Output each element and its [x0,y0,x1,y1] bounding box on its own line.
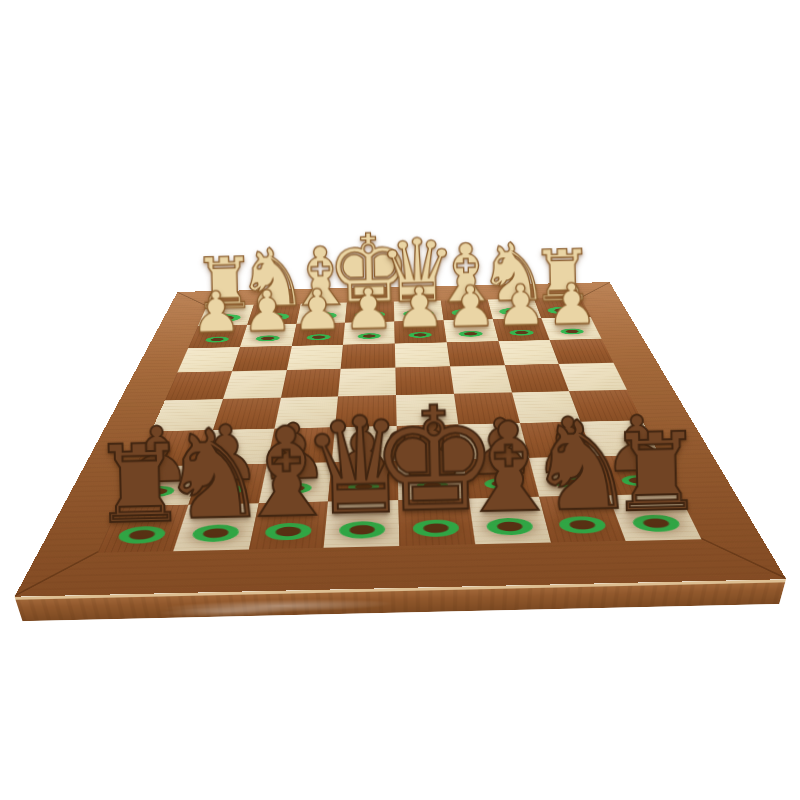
square-h3[interactable] [177,347,240,373]
piece-white-pawn-b2[interactable]: ♟ [495,277,547,335]
square-d2[interactable]: ♟ [394,320,446,343]
square-e2[interactable]: ♟ [343,321,395,344]
square-f3[interactable] [286,345,343,371]
piece-white-pawn-f2[interactable]: ♟ [292,281,344,339]
piece-white-pawn-e2[interactable]: ♟ [343,280,395,338]
board-grid: ♜♞♝♚♛♝♞♜♟♟♟♟♟♟♟♟♟♟♟♟♟♟♟♟♜♞♝♛♚♝♞♜ [97,297,701,553]
piece-white-pawn-c2[interactable]: ♟ [444,278,496,336]
square-c2[interactable]: ♟ [443,319,498,342]
piece-white-pawn-a2[interactable]: ♟ [546,276,598,334]
square-e3[interactable] [341,343,396,369]
piece-white-pawn-h2[interactable]: ♟ [190,284,242,342]
square-b2[interactable]: ♟ [492,318,549,341]
frame-mitre-seam [699,537,786,579]
square-b3[interactable] [498,340,559,365]
square-a2[interactable]: ♟ [542,317,602,340]
square-a8[interactable]: ♜ [609,494,702,541]
edge-inlay-line [15,579,787,600]
square-a4[interactable] [559,363,627,391]
perspective-wrapper: ♜♞♝♚♛♝♞♜♟♟♟♟♟♟♟♟♟♟♟♟♟♟♟♟♜♞♝♛♚♝♞♜ [0,0,800,800]
frame-mitre-seam [14,551,99,597]
piece-white-pawn-d2[interactable]: ♟ [394,279,446,337]
square-a3[interactable] [550,339,614,364]
product-photo: ♜♞♝♚♛♝♞♜♟♟♟♟♟♟♟♟♟♟♟♟♟♟♟♟♜♞♝♛♚♝♞♜ [0,0,800,800]
piece-white-pawn-g2[interactable]: ♟ [241,282,293,340]
square-d3[interactable] [395,342,450,368]
piece-black-rook-a8[interactable]: ♜ [607,417,706,527]
square-g2[interactable]: ♟ [240,324,296,347]
square-h2[interactable]: ♟ [188,325,247,348]
square-g3[interactable] [232,346,292,372]
board-rotation-wrapper: ♜♞♝♚♛♝♞♜♟♟♟♟♟♟♟♟♟♟♟♟♟♟♟♟♜♞♝♛♚♝♞♜ [0,0,800,800]
square-g4[interactable] [223,370,287,399]
square-c3[interactable] [446,341,504,367]
chess-board: ♜♞♝♚♛♝♞♜♟♟♟♟♟♟♟♟♟♟♟♟♟♟♟♟♜♞♝♛♚♝♞♜ [15,282,787,597]
square-f2[interactable]: ♟ [292,323,346,346]
square-h4[interactable] [165,371,232,400]
square-b4[interactable] [504,364,569,392]
board-front-edge [15,579,787,621]
